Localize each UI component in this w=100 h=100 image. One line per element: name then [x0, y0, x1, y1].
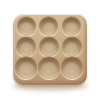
- muffin-cup-r0c0: [17, 17, 36, 36]
- muffin-cup-r0c2: [62, 17, 81, 36]
- muffin-cup-r1c0: [16, 37, 36, 57]
- muffin-cup-r0c1: [39, 17, 58, 36]
- muffin-cup-r1c2: [62, 37, 82, 57]
- photo-background: [0, 0, 100, 100]
- muffin-cup-r2c1: [38, 57, 60, 79]
- muffin-cup-r2c2: [61, 57, 83, 79]
- muffin-cup-r2c0: [15, 57, 37, 79]
- muffin-cup-r1c1: [39, 37, 59, 57]
- muffin-pan: [13, 14, 87, 85]
- cup-grid: [13, 14, 87, 85]
